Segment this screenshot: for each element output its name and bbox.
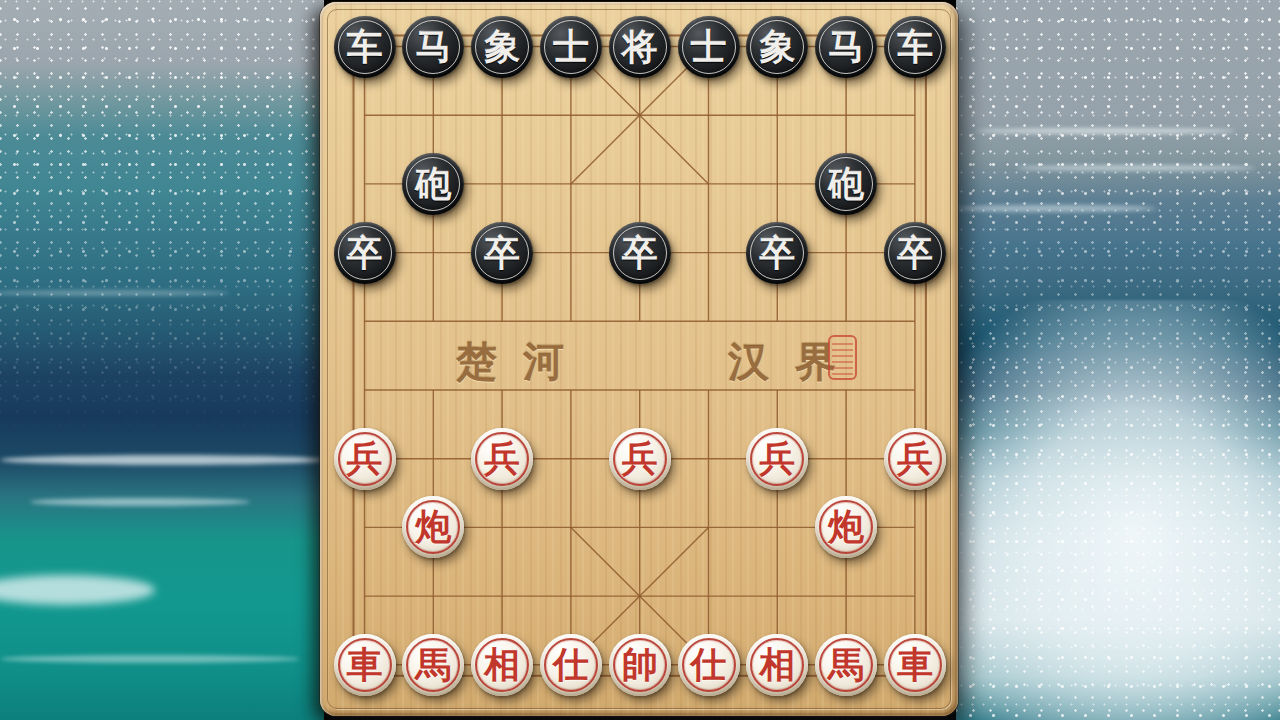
- breaking-wave-foam: [926, 300, 1280, 720]
- wave-foam-streak: [30, 498, 250, 506]
- piece-character: 炮: [828, 509, 864, 545]
- wave-foam-streak: [1016, 165, 1256, 171]
- piece-character: 馬: [828, 647, 864, 683]
- screen: 楚河 汉界 车马象士将士象马车砲砲卒卒卒卒卒兵兵兵兵兵炮炮車馬相仕帥仕相馬車: [0, 0, 1280, 720]
- piece-character: 兵: [484, 441, 520, 477]
- piece-character: 象: [759, 29, 795, 65]
- piece-character: 相: [484, 647, 520, 683]
- sea-spray-speckles: [0, 0, 324, 720]
- piece-red-chariot[interactable]: 車: [884, 634, 946, 696]
- piece-red-elephant[interactable]: 相: [746, 634, 808, 696]
- pieces-layer: 车马象士将士象马车砲砲卒卒卒卒卒兵兵兵兵兵炮炮車馬相仕帥仕相馬車: [320, 2, 958, 716]
- piece-character: 卒: [759, 235, 795, 271]
- piece-character: 马: [828, 29, 864, 65]
- piece-black-horse[interactable]: 马: [402, 16, 464, 78]
- piece-black-cannon[interactable]: 砲: [402, 153, 464, 215]
- piece-red-horse[interactable]: 馬: [815, 634, 877, 696]
- piece-character: 砲: [415, 166, 451, 202]
- piece-character: 士: [553, 29, 589, 65]
- piece-red-advisor[interactable]: 仕: [678, 634, 740, 696]
- piece-black-soldier[interactable]: 卒: [884, 222, 946, 284]
- piece-black-soldier[interactable]: 卒: [746, 222, 808, 284]
- wave-crest-foam: [0, 575, 155, 605]
- piece-black-advisor[interactable]: 士: [540, 16, 602, 78]
- piece-red-soldier[interactable]: 兵: [334, 428, 396, 490]
- piece-red-chariot[interactable]: 車: [334, 634, 396, 696]
- piece-character: 象: [484, 29, 520, 65]
- piece-character: 卒: [622, 235, 658, 271]
- piece-character: 车: [347, 29, 383, 65]
- piece-character: 兵: [897, 441, 933, 477]
- piece-black-soldier[interactable]: 卒: [334, 222, 396, 284]
- piece-character: 仕: [691, 647, 727, 683]
- wave-foam-streak: [956, 205, 1156, 212]
- wave-foam-streak: [976, 128, 1236, 134]
- piece-character: 兵: [622, 441, 658, 477]
- piece-character: 車: [897, 647, 933, 683]
- piece-black-soldier[interactable]: 卒: [471, 222, 533, 284]
- ocean-background-right: [956, 0, 1280, 720]
- piece-character: 卒: [897, 235, 933, 271]
- piece-black-chariot[interactable]: 车: [884, 16, 946, 78]
- piece-red-cannon[interactable]: 炮: [815, 496, 877, 558]
- piece-character: 帥: [622, 647, 658, 683]
- piece-character: 兵: [347, 441, 383, 477]
- piece-red-soldier[interactable]: 兵: [471, 428, 533, 490]
- piece-black-elephant[interactable]: 象: [471, 16, 533, 78]
- ocean-background-left: [0, 0, 324, 720]
- piece-character: 車: [347, 647, 383, 683]
- wave-foam-streak: [0, 655, 300, 663]
- piece-character: 卒: [484, 235, 520, 271]
- piece-black-horse[interactable]: 马: [815, 16, 877, 78]
- piece-red-elephant[interactable]: 相: [471, 634, 533, 696]
- piece-red-soldier[interactable]: 兵: [746, 428, 808, 490]
- xiangqi-board[interactable]: 楚河 汉界 车马象士将士象马车砲砲卒卒卒卒卒兵兵兵兵兵炮炮車馬相仕帥仕相馬車: [320, 2, 958, 716]
- piece-character: 相: [759, 647, 795, 683]
- piece-black-general[interactable]: 将: [609, 16, 671, 78]
- piece-red-cannon[interactable]: 炮: [402, 496, 464, 558]
- piece-black-cannon[interactable]: 砲: [815, 153, 877, 215]
- piece-character: 将: [622, 29, 658, 65]
- piece-character: 士: [691, 29, 727, 65]
- piece-character: 砲: [828, 166, 864, 202]
- piece-black-elephant[interactable]: 象: [746, 16, 808, 78]
- piece-character: 车: [897, 29, 933, 65]
- wave-foam-streak: [0, 290, 230, 296]
- piece-black-advisor[interactable]: 士: [678, 16, 740, 78]
- piece-character: 马: [415, 29, 451, 65]
- piece-red-horse[interactable]: 馬: [402, 634, 464, 696]
- piece-black-chariot[interactable]: 车: [334, 16, 396, 78]
- wave-foam-streak: [0, 455, 330, 465]
- piece-black-soldier[interactable]: 卒: [609, 222, 671, 284]
- piece-character: 仕: [553, 647, 589, 683]
- piece-character: 兵: [759, 441, 795, 477]
- piece-red-soldier[interactable]: 兵: [609, 428, 671, 490]
- piece-red-soldier[interactable]: 兵: [884, 428, 946, 490]
- piece-character: 卒: [347, 235, 383, 271]
- piece-character: 炮: [415, 509, 451, 545]
- piece-character: 馬: [415, 647, 451, 683]
- piece-red-general[interactable]: 帥: [609, 634, 671, 696]
- piece-red-advisor[interactable]: 仕: [540, 634, 602, 696]
